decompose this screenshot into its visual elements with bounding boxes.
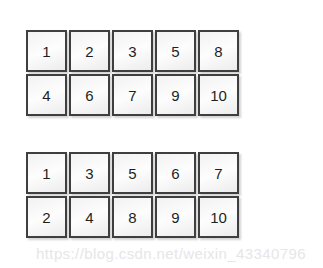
- grid-cell: 6: [155, 152, 196, 194]
- watermark-url: https://blog.csdn.net/weixin_43340796: [36, 245, 306, 262]
- grid-cell: 1: [26, 30, 67, 72]
- grid-cell: 2: [69, 30, 110, 72]
- grid-cell: 1: [26, 152, 67, 194]
- grid-cell: 8: [198, 30, 239, 72]
- grid-cell: 6: [69, 74, 110, 116]
- grid-cell: 7: [112, 74, 153, 116]
- grid-cell: 4: [26, 74, 67, 116]
- number-grid-bottom: 13567248910: [26, 152, 239, 238]
- grid-cell: 10: [198, 196, 239, 238]
- grid-cell: 5: [112, 152, 153, 194]
- grid-cell: 8: [112, 196, 153, 238]
- number-grid-top: 12358467910: [26, 30, 239, 116]
- grid-cell: 9: [155, 74, 196, 116]
- grid-cell: 7: [198, 152, 239, 194]
- grid-cell: 4: [69, 196, 110, 238]
- grid-cell: 2: [26, 196, 67, 238]
- grid-cell: 5: [155, 30, 196, 72]
- grid-cell: 9: [155, 196, 196, 238]
- grid-cell: 10: [198, 74, 239, 116]
- grid-cell: 3: [69, 152, 110, 194]
- grid-cell: 3: [112, 30, 153, 72]
